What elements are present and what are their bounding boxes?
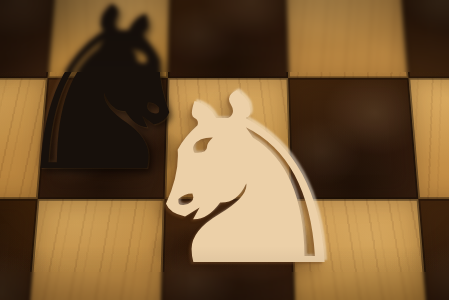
chessboard-photo: ♞ ♞ [0,0,449,300]
pieces-layer: ♞ ♞ [0,0,449,300]
white-knight-glyph: ♞ [121,63,370,298]
white-knight-piece: ♞ [158,83,333,278]
